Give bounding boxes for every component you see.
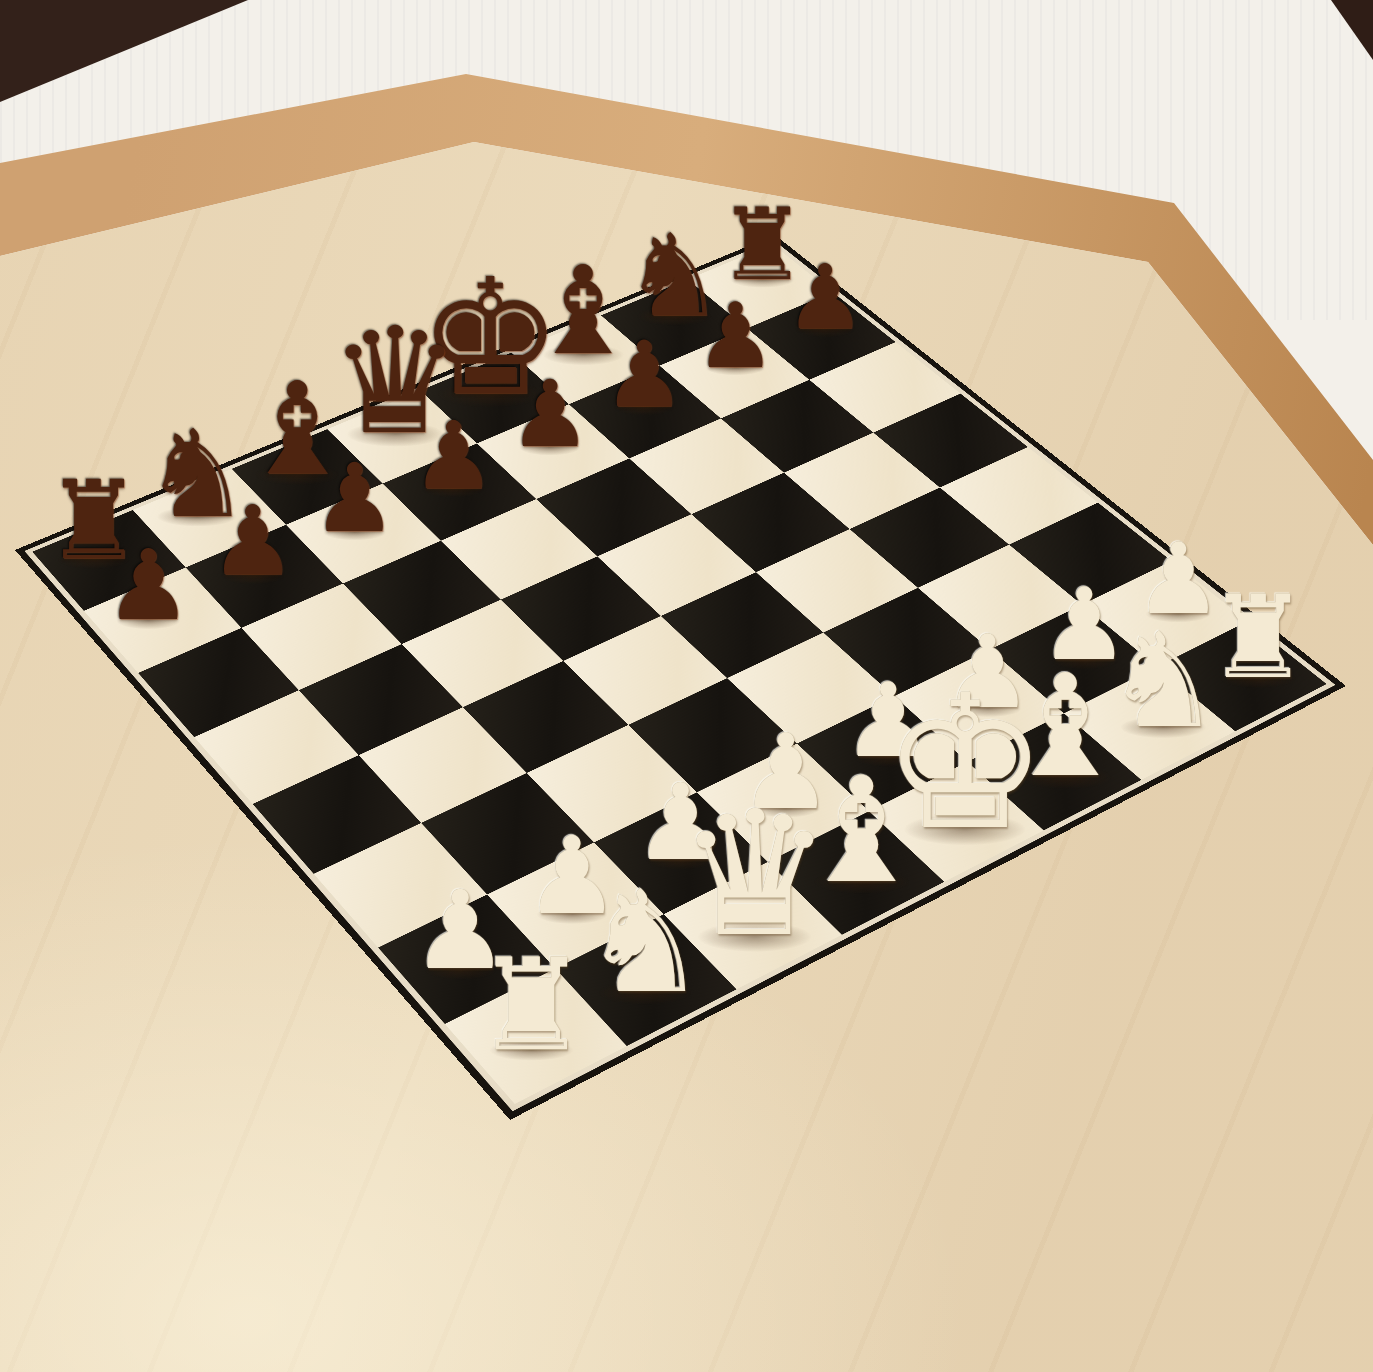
black-pawn[interactable]: ♟ [603,329,685,420]
piece-shadow [323,524,386,540]
black-pawn[interactable]: ♟ [695,291,776,381]
black-pawn[interactable]: ♟ [785,253,865,342]
piece-shadow [706,360,765,375]
black-pawn[interactable]: ♟ [210,494,296,590]
black-pawn[interactable]: ♟ [509,369,592,461]
piece-shadow [116,613,180,630]
black-pawn[interactable]: ♟ [412,409,496,503]
white-knight[interactable]: ♞ [582,872,708,1013]
piece-shadow [520,440,581,456]
piece-shadow [423,481,485,497]
black-pawn[interactable]: ♟ [105,538,192,635]
piece-shadow [1220,669,1295,688]
piece-shadow [598,981,691,1005]
black-pawn[interactable]: ♟ [312,451,397,546]
piece-shadow [490,1039,574,1061]
piece-shadow [221,568,284,584]
piece-shadow [698,922,812,951]
white-rook[interactable]: ♜ [1207,581,1309,695]
piece-shadow [796,322,855,337]
white-rook[interactable]: ♜ [475,942,589,1069]
piece-shadow [1120,716,1206,738]
piece-shadow [614,400,674,415]
chess-photo-scene: ♜♞♝♛♚♝♞♜♟♟♟♟♟♟♟♟♟♟♟♟♟♟♟♟♜♞♛♝♚♝♞♜ [0,0,1373,1372]
